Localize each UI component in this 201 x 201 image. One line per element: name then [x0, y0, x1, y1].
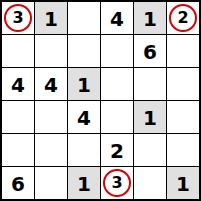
cell-r1c4[interactable]: 6 — [134, 35, 166, 67]
circled-digit: 3 — [4, 4, 32, 32]
cell-digit: 1 — [77, 174, 91, 194]
cell-r1c5[interactable] — [167, 35, 199, 67]
cell-r0c1[interactable]: 1 — [35, 2, 67, 34]
cell-r3c2[interactable]: 4 — [68, 101, 100, 133]
cell-r4c3[interactable]: 2 — [101, 134, 133, 166]
cell-digit: 1 — [77, 75, 91, 95]
cell-r5c2[interactable]: 1 — [68, 167, 100, 199]
cell-r2c4[interactable] — [134, 68, 166, 100]
cell-r0c0[interactable]: 3 — [2, 2, 34, 34]
cell-r0c3[interactable]: 4 — [101, 2, 133, 34]
cell-digit: 4 — [77, 108, 91, 128]
cell-r4c0[interactable] — [2, 134, 34, 166]
cell-digit: 2 — [110, 141, 124, 161]
cell-r5c4[interactable] — [134, 167, 166, 199]
cell-r0c4[interactable]: 1 — [134, 2, 166, 34]
cell-digit: 4 — [44, 75, 58, 95]
cell-r3c5[interactable] — [167, 101, 199, 133]
cell-digit: 1 — [143, 108, 157, 128]
cell-digit: 4 — [11, 75, 25, 95]
cell-r2c1[interactable]: 4 — [35, 68, 67, 100]
cell-r3c3[interactable] — [101, 101, 133, 133]
cell-r4c4[interactable] — [134, 134, 166, 166]
cell-r2c3[interactable] — [101, 68, 133, 100]
cell-r2c2[interactable]: 1 — [68, 68, 100, 100]
cell-r5c0[interactable]: 6 — [2, 167, 34, 199]
cell-r3c4[interactable]: 1 — [134, 101, 166, 133]
cell-digit: 1 — [143, 9, 157, 29]
cell-r5c3[interactable]: 3 — [101, 167, 133, 199]
cell-digit: 1 — [176, 174, 190, 194]
cell-digit: 6 — [11, 174, 25, 194]
cell-r0c2[interactable] — [68, 2, 100, 34]
cell-r1c1[interactable] — [35, 35, 67, 67]
cell-r1c0[interactable] — [2, 35, 34, 67]
puzzle-board: 3141264414126131 — [0, 0, 201, 201]
cell-digit: 4 — [110, 9, 124, 29]
cell-r2c5[interactable] — [167, 68, 199, 100]
cell-digit: 1 — [44, 9, 58, 29]
cell-r4c1[interactable] — [35, 134, 67, 166]
cell-r0c5[interactable]: 2 — [167, 2, 199, 34]
cell-r3c1[interactable] — [35, 101, 67, 133]
cell-r2c0[interactable]: 4 — [2, 68, 34, 100]
circled-digit: 2 — [169, 4, 197, 32]
cell-r4c5[interactable] — [167, 134, 199, 166]
cell-r5c5[interactable]: 1 — [167, 167, 199, 199]
cell-r5c1[interactable] — [35, 167, 67, 199]
cell-r4c2[interactable] — [68, 134, 100, 166]
cell-r1c3[interactable] — [101, 35, 133, 67]
cell-r3c0[interactable] — [2, 101, 34, 133]
cell-digit: 6 — [143, 42, 157, 62]
cell-r1c2[interactable] — [68, 35, 100, 67]
circled-digit: 3 — [103, 169, 131, 197]
